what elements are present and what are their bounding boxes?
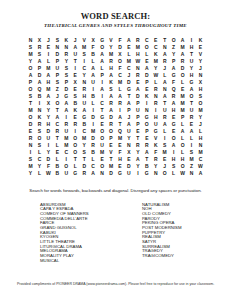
grid-cell: R bbox=[26, 134, 35, 141]
grid-cell: Y bbox=[187, 64, 196, 71]
grid-cell: X bbox=[124, 148, 133, 155]
grid-cell: E bbox=[124, 43, 133, 50]
grid-cell: X bbox=[89, 36, 98, 43]
grid-cell: B bbox=[71, 99, 80, 106]
grid-cell: H bbox=[151, 113, 160, 120]
grid-cell: Y bbox=[133, 162, 142, 169]
grid-cell: E bbox=[124, 155, 133, 162]
grid-cell: P bbox=[133, 99, 142, 106]
grid-cell: E bbox=[116, 141, 125, 148]
grid-cell: Y bbox=[26, 169, 35, 176]
grid-cell: L bbox=[178, 120, 187, 127]
grid-cell: I bbox=[160, 134, 169, 141]
grid-cell: A bbox=[53, 113, 62, 120]
grid-cell: B bbox=[80, 120, 89, 127]
grid-cell: R bbox=[151, 155, 160, 162]
grid-cell: C bbox=[142, 36, 151, 43]
grid-cell: Y bbox=[133, 148, 142, 155]
grid-cell: A bbox=[35, 57, 44, 64]
grid-cell: B bbox=[53, 169, 62, 176]
grid-cell: E bbox=[116, 162, 125, 169]
grid-cell: X bbox=[196, 78, 205, 85]
grid-cell: O bbox=[98, 43, 107, 50]
grid-cell: M bbox=[187, 155, 196, 162]
grid-cell: L bbox=[178, 148, 187, 155]
grid-cell: R bbox=[151, 99, 160, 106]
grid-cell: W bbox=[151, 71, 160, 78]
grid-cell: Q bbox=[169, 85, 178, 92]
grid-cell: I bbox=[89, 120, 98, 127]
grid-cell: C bbox=[80, 127, 89, 134]
grid-cell: E bbox=[71, 113, 80, 120]
grid-cell: O bbox=[35, 134, 44, 141]
grid-cell: A bbox=[124, 99, 133, 106]
grid-cell: O bbox=[116, 57, 125, 64]
grid-cell: F bbox=[44, 162, 53, 169]
grid-cell: R bbox=[62, 120, 71, 127]
grid-cell: I bbox=[71, 64, 80, 71]
grid-cell: C bbox=[124, 64, 133, 71]
grid-cell: H bbox=[187, 71, 196, 78]
grid-cell: M bbox=[62, 134, 71, 141]
grid-cell: T bbox=[187, 50, 196, 57]
grid-cell: R bbox=[80, 169, 89, 176]
grid-cell: A bbox=[62, 99, 71, 106]
grid-cell: A bbox=[62, 106, 71, 113]
grid-cell: O bbox=[71, 134, 80, 141]
grid-cell: M bbox=[26, 50, 35, 57]
grid-cell: U bbox=[187, 106, 196, 113]
grid-cell: E bbox=[169, 113, 178, 120]
grid-cell: X bbox=[116, 50, 125, 57]
grid-cell: P bbox=[133, 120, 142, 127]
grid-cell: H bbox=[169, 155, 178, 162]
grid-cell: T bbox=[160, 99, 169, 106]
grid-cell: Y bbox=[196, 113, 205, 120]
grid-cell: I bbox=[89, 106, 98, 113]
grid-cell: I bbox=[98, 92, 107, 99]
grid-cell: E bbox=[98, 155, 107, 162]
grid-cell: A bbox=[187, 85, 196, 92]
grid-cell: Y bbox=[151, 64, 160, 71]
grid-cell: S bbox=[35, 127, 44, 134]
grid-cell: Y bbox=[169, 50, 178, 57]
grid-cell: T bbox=[133, 134, 142, 141]
grid-cell: O bbox=[98, 127, 107, 134]
grid-cell: R bbox=[107, 120, 116, 127]
grid-cell: I bbox=[89, 85, 98, 92]
grid-cell: E bbox=[133, 78, 142, 85]
grid-cell: A bbox=[196, 169, 205, 176]
word-list-item: MUSICAL bbox=[40, 258, 142, 263]
grid-cell: I bbox=[98, 78, 107, 85]
grid-cell: J bbox=[124, 113, 133, 120]
grid-cell: R bbox=[116, 99, 125, 106]
grid-cell: H bbox=[107, 64, 116, 71]
grid-cell: M bbox=[160, 148, 169, 155]
grid-cell: N bbox=[151, 169, 160, 176]
grid-cell: I bbox=[62, 113, 71, 120]
grid-cell: A bbox=[133, 155, 142, 162]
grid-cell: D bbox=[107, 113, 116, 120]
grid-cell: R bbox=[107, 57, 116, 64]
grid-cell: A bbox=[98, 85, 107, 92]
grid-cell: U bbox=[80, 99, 89, 106]
grid-cell: O bbox=[53, 99, 62, 106]
grid-cell: H bbox=[116, 155, 125, 162]
grid-cell: A bbox=[116, 92, 125, 99]
grid-cell: E bbox=[142, 85, 151, 92]
grid-cell: L bbox=[89, 57, 98, 64]
grid-cell: S bbox=[80, 50, 89, 57]
grid-cell: I bbox=[80, 57, 89, 64]
grid-cell: T bbox=[124, 92, 133, 99]
grid-cell: U bbox=[44, 134, 53, 141]
grid-cell: Y bbox=[196, 57, 205, 64]
grid-cell: K bbox=[35, 113, 44, 120]
grid-cell: I bbox=[116, 106, 125, 113]
grid-cell: L bbox=[44, 57, 53, 64]
grid-cell: V bbox=[107, 148, 116, 155]
grid-cell: C bbox=[80, 64, 89, 71]
grid-cell: F bbox=[89, 43, 98, 50]
grid-cell: R bbox=[133, 71, 142, 78]
grid-cell: A bbox=[89, 71, 98, 78]
grid-cell: S bbox=[53, 36, 62, 43]
grid-cell: P bbox=[98, 71, 107, 78]
grid-cell: H bbox=[80, 92, 89, 99]
grid-cell: G bbox=[142, 113, 151, 120]
grid-cell: D bbox=[89, 134, 98, 141]
grid-cell: G bbox=[98, 36, 107, 43]
grid-cell: L bbox=[98, 64, 107, 71]
grid-cell: O bbox=[160, 169, 169, 176]
grid-cell: G bbox=[98, 113, 107, 120]
grid-cell: U bbox=[53, 64, 62, 71]
grid-cell: A bbox=[26, 71, 35, 78]
grid-cell: N bbox=[98, 169, 107, 176]
grid-cell: Z bbox=[169, 43, 178, 50]
grid-cell: O bbox=[26, 113, 35, 120]
grid-cell: E bbox=[160, 155, 169, 162]
grid-cell: C bbox=[35, 155, 44, 162]
grid-cell: R bbox=[160, 57, 169, 64]
grid-cell: A bbox=[71, 43, 80, 50]
grid-cell: S bbox=[35, 50, 44, 57]
grid-cell: P bbox=[62, 78, 71, 85]
grid-cell: U bbox=[62, 169, 71, 176]
grid-cell: S bbox=[26, 92, 35, 99]
grid-cell: A bbox=[98, 57, 107, 64]
grid-cell: A bbox=[133, 85, 142, 92]
grid-cell: L bbox=[160, 71, 169, 78]
grid-cell: E bbox=[44, 43, 53, 50]
grid-cell: X bbox=[71, 78, 80, 85]
grid-cell: J bbox=[44, 36, 53, 43]
grid-cell: N bbox=[26, 141, 35, 148]
grid-cell: P bbox=[35, 64, 44, 71]
grid-cell: M bbox=[151, 57, 160, 64]
grid-cell: M bbox=[62, 141, 71, 148]
grid-cell: J bbox=[196, 120, 205, 127]
grid-cell: U bbox=[124, 127, 133, 134]
grid-cell: D bbox=[178, 64, 187, 71]
grid-cell: A bbox=[160, 92, 169, 99]
grid-cell: J bbox=[160, 64, 169, 71]
grid-cell: I bbox=[26, 148, 35, 155]
grid-cell: E bbox=[71, 85, 80, 92]
grid-cell: E bbox=[187, 120, 196, 127]
grid-cell: A bbox=[107, 106, 116, 113]
grid-cell: C bbox=[89, 162, 98, 169]
grid-cell: X bbox=[44, 99, 53, 106]
grid-cell: R bbox=[107, 99, 116, 106]
grid-cell: A bbox=[80, 106, 89, 113]
grid-cell: V bbox=[196, 50, 205, 57]
grid-cell: A bbox=[178, 36, 187, 43]
grid-cell: Y bbox=[80, 71, 89, 78]
grid-cell: L bbox=[169, 169, 178, 176]
grid-cell: T bbox=[116, 120, 125, 127]
grid-cell: N bbox=[53, 43, 62, 50]
grid-cell: N bbox=[160, 85, 169, 92]
grid-cell: O bbox=[169, 134, 178, 141]
grid-cell: P bbox=[142, 127, 151, 134]
grid-cell: T bbox=[80, 155, 89, 162]
word-search-grid: NXJSKJVXGVFARCETOAIKSRENNAMFOYDEMOCNZMHE… bbox=[0, 36, 231, 176]
grid-cell: I bbox=[142, 99, 151, 106]
grid-cell: I bbox=[169, 148, 178, 155]
grid-cell: A bbox=[44, 71, 53, 78]
grid-cell: E bbox=[196, 43, 205, 50]
grid-cell: U bbox=[187, 57, 196, 64]
grid-cell: M bbox=[89, 127, 98, 134]
grid-cell: Z bbox=[187, 162, 196, 169]
grid-cell: O bbox=[71, 141, 80, 148]
grid-cell: R bbox=[80, 85, 89, 92]
grid-cell: Q bbox=[116, 127, 125, 134]
grid-cell: C bbox=[196, 155, 205, 162]
word-list: ABSURDISMCAPA Y ESPADACOMEDY OF MANNERSC… bbox=[0, 202, 231, 262]
grid-cell: E bbox=[133, 127, 142, 134]
grid-cell: S bbox=[160, 141, 169, 148]
grid-cell: A bbox=[178, 50, 187, 57]
grid-cell: S bbox=[187, 148, 196, 155]
grid-cell: L bbox=[116, 85, 125, 92]
grid-cell: A bbox=[160, 50, 169, 57]
grid-cell: D bbox=[116, 43, 125, 50]
grid-cell: K bbox=[107, 78, 116, 85]
grid-cell: G bbox=[142, 169, 151, 176]
grid-cell: F bbox=[116, 36, 125, 43]
grid-cell: R bbox=[151, 85, 160, 92]
grid-cell: U bbox=[89, 78, 98, 85]
grid-cell: N bbox=[196, 141, 205, 148]
grid-cell: H bbox=[196, 85, 205, 92]
grid-cell: M bbox=[178, 99, 187, 106]
grid-cell: S bbox=[107, 85, 116, 92]
grid-cell: M bbox=[196, 148, 205, 155]
grid-cell: L bbox=[151, 78, 160, 85]
word-list-column-1: ABSURDISMCAPA Y ESPADACOMEDY OF MANNERSC… bbox=[40, 202, 142, 262]
page-subtitle: THEATRICAL GENRES AND STYLES THROUGHOUT … bbox=[0, 23, 231, 28]
grid-cell: B bbox=[89, 50, 98, 57]
grid-cell: I bbox=[44, 50, 53, 57]
grid-cell: A bbox=[116, 113, 125, 120]
grid-cell: M bbox=[178, 92, 187, 99]
grid-cell: T bbox=[26, 99, 35, 106]
grid-cell: K bbox=[151, 141, 160, 148]
grid-cell: E bbox=[26, 127, 35, 134]
grid-cell: A bbox=[178, 127, 187, 134]
grid-cell: A bbox=[169, 99, 178, 106]
grid-cell: E bbox=[107, 141, 116, 148]
grid-cell: M bbox=[116, 134, 125, 141]
grid-cell: M bbox=[26, 162, 35, 169]
grid-cell: E bbox=[142, 57, 151, 64]
grid-cell: A bbox=[107, 71, 116, 78]
grid-cell: L bbox=[35, 169, 44, 176]
grid-cell: R bbox=[187, 113, 196, 120]
grid-cell: M bbox=[178, 106, 187, 113]
grid-cell: G bbox=[80, 113, 89, 120]
grid-cell: P bbox=[107, 134, 116, 141]
grid-cell: P bbox=[178, 113, 187, 120]
grid-cell: X bbox=[35, 36, 44, 43]
grid-cell: S bbox=[80, 148, 89, 155]
grid-cell: E bbox=[151, 36, 160, 43]
grid-cell: J bbox=[196, 64, 205, 71]
grid-cell: V bbox=[151, 134, 160, 141]
grid-cell: Y bbox=[80, 141, 89, 148]
grid-cell: A bbox=[89, 169, 98, 176]
grid-cell: P bbox=[26, 78, 35, 85]
grid-cell: H bbox=[187, 43, 196, 50]
grid-cell: R bbox=[133, 141, 142, 148]
grid-cell: N bbox=[26, 36, 35, 43]
grid-cell: G bbox=[62, 92, 71, 99]
grid-cell: M bbox=[80, 43, 89, 50]
grid-cell: H bbox=[178, 155, 187, 162]
grid-cell: O bbox=[196, 99, 205, 106]
grid-cell: M bbox=[133, 43, 142, 50]
grid-cell: E bbox=[53, 148, 62, 155]
grid-cell: A bbox=[124, 120, 133, 127]
grid-cell: O bbox=[98, 162, 107, 169]
grid-cell: S bbox=[35, 141, 44, 148]
grid-cell: L bbox=[178, 134, 187, 141]
grid-cell: S bbox=[26, 155, 35, 162]
grid-cell: A bbox=[142, 64, 151, 71]
grid-cell: T bbox=[142, 155, 151, 162]
grid-cell: G bbox=[169, 71, 178, 78]
grid-cell: E bbox=[169, 127, 178, 134]
grid-cell: S bbox=[26, 43, 35, 50]
grid-cell: L bbox=[142, 50, 151, 57]
grid-cell: B bbox=[53, 162, 62, 169]
word-list-column-2: NATURALISMNOHOLD COMEDYPARODYPEKING OPER… bbox=[142, 202, 182, 262]
grid-cell: J bbox=[124, 71, 133, 78]
grid-cell: K bbox=[142, 92, 151, 99]
grid-cell: G bbox=[151, 127, 160, 134]
grid-cell: M bbox=[178, 43, 187, 50]
grid-cell: R bbox=[89, 141, 98, 148]
grid-cell: Y bbox=[35, 162, 44, 169]
grid-cell: F bbox=[116, 64, 125, 71]
grid-cell: Y bbox=[44, 148, 53, 155]
grid-cell: O bbox=[107, 127, 116, 134]
grid-cell: T bbox=[71, 155, 80, 162]
grid-cell: M bbox=[124, 57, 133, 64]
grid-cell: B bbox=[142, 162, 151, 169]
grid-cell: O bbox=[178, 162, 187, 169]
grid-cell: W bbox=[178, 169, 187, 176]
grid-cell: U bbox=[98, 141, 107, 148]
grid-cell: A bbox=[98, 50, 107, 57]
grid-cell: D bbox=[142, 71, 151, 78]
grid-cell: D bbox=[89, 113, 98, 120]
grid-cell: N bbox=[151, 92, 160, 99]
grid-cell: L bbox=[89, 155, 98, 162]
grid-cell: O bbox=[26, 85, 35, 92]
grid-cell: Y bbox=[107, 43, 116, 50]
grid-cell: B bbox=[89, 148, 98, 155]
grid-cell: M bbox=[107, 50, 116, 57]
grid-cell: K bbox=[196, 36, 205, 43]
page-title: WORD SEARCH: bbox=[0, 0, 231, 21]
grid-cell: D bbox=[107, 169, 116, 176]
grid-cell: S bbox=[71, 92, 80, 99]
grid-cell: L bbox=[89, 99, 98, 106]
grid-cell: Y bbox=[151, 162, 160, 169]
grid-cell: S bbox=[53, 78, 62, 85]
grid-cell: O bbox=[142, 43, 151, 50]
grid-cell: L bbox=[187, 134, 196, 141]
grid-cell: C bbox=[62, 148, 71, 155]
grid-cell: I bbox=[35, 99, 44, 106]
grid-cell: H bbox=[44, 78, 53, 85]
grid-cell: D bbox=[53, 50, 62, 57]
footer-text: Provided compliments of PIONEER DRAMA (w… bbox=[2, 282, 229, 286]
grid-cell: M bbox=[98, 148, 107, 155]
grid-cell: Y bbox=[26, 57, 35, 64]
grid-cell: U bbox=[124, 169, 133, 176]
grid-cell: B bbox=[89, 92, 98, 99]
grid-cell: T bbox=[98, 106, 107, 113]
grid-cell: R bbox=[35, 43, 44, 50]
grid-cell: N bbox=[187, 169, 196, 176]
grid-cell: N bbox=[142, 106, 151, 113]
grid-cell: U bbox=[160, 106, 169, 113]
grid-cell: P bbox=[53, 71, 62, 78]
grid-cell: K bbox=[62, 36, 71, 43]
grid-cell: W bbox=[44, 169, 53, 176]
grid-cell: R bbox=[62, 50, 71, 57]
grid-cell: N bbox=[62, 43, 71, 50]
grid-cell: Q bbox=[35, 85, 44, 92]
grid-cell: H bbox=[44, 120, 53, 127]
grid-cell: M bbox=[44, 85, 53, 92]
grid-cell: P bbox=[124, 106, 133, 113]
grid-cell: L bbox=[71, 162, 80, 169]
grid-cell: C bbox=[116, 71, 125, 78]
grid-cell: A bbox=[89, 64, 98, 71]
grid-cell: O bbox=[142, 120, 151, 127]
grid-cell: G bbox=[169, 120, 178, 127]
grid-cell: M bbox=[107, 162, 116, 169]
grid-cell: L bbox=[160, 127, 169, 134]
grid-cell: J bbox=[160, 162, 169, 169]
